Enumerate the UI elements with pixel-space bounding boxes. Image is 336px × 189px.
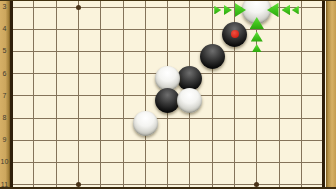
board-edge-line (322, 0, 325, 189)
board-edge-line (10, 0, 13, 189)
row-label-5: 5 (0, 47, 9, 55)
bottom-crop-edge (0, 187, 336, 189)
row-label-8: 8 (0, 114, 9, 122)
row-label-9: 9 (0, 136, 9, 144)
grid-line-horizontal (13, 184, 323, 185)
row-label-7: 7 (0, 92, 9, 100)
gomoku-board[interactable]: 34567891011 (0, 0, 336, 189)
black-stone (222, 22, 247, 47)
green-arrow-icon (252, 44, 262, 52)
row-label-6: 6 (0, 70, 9, 78)
grid-line-horizontal (13, 162, 323, 163)
grid-line-horizontal (13, 140, 323, 141)
grid-line-horizontal (13, 51, 323, 52)
last-move-marker (231, 30, 239, 38)
grid-line-horizontal (13, 29, 323, 30)
top-crop-edge (0, 0, 336, 1)
row-label-10: 10 (0, 158, 9, 166)
white-stone (177, 88, 202, 113)
row-label-4: 4 (0, 25, 9, 33)
star-point (76, 5, 81, 10)
black-stone (155, 88, 180, 113)
grid-line-horizontal (13, 118, 323, 119)
row-label-3: 3 (0, 3, 9, 11)
white-stone (133, 111, 158, 136)
board-right-edge-strip (326, 0, 336, 189)
green-arrow-icon (251, 32, 263, 42)
black-stone (200, 44, 225, 69)
